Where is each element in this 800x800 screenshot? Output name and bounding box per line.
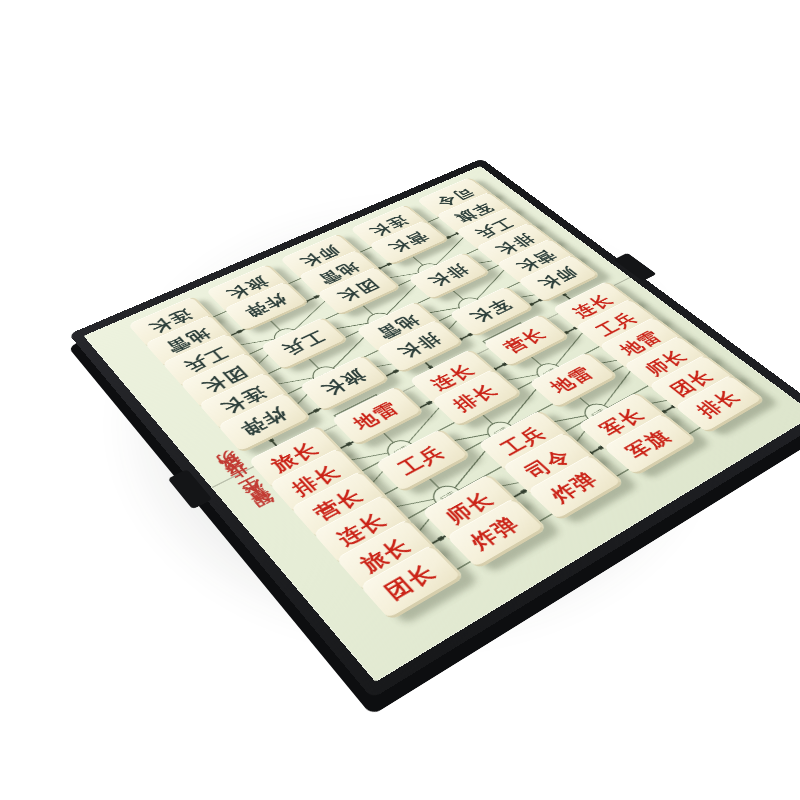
piece-label: 排长 (424, 262, 471, 288)
piece-label: 工兵 (394, 442, 448, 477)
piece-label: 师长 (534, 265, 580, 292)
piece-label: 炸弹 (547, 468, 602, 505)
piece-label: 旅长 (317, 367, 369, 398)
piece-label: 营长 (385, 230, 431, 255)
piece-label: 地雷 (547, 364, 597, 395)
piece-label: 排长 (693, 387, 743, 419)
junqi-board[interactable]: 行营行营行营行营行营行营行营行营行营行营山界山界 智慧人生 步步成功 智慧人生 … (69, 159, 800, 699)
piece-label: 营长 (500, 325, 549, 354)
piece-label: 排长 (394, 331, 444, 361)
board-face[interactable]: 行营行营行营行营行营行营行营行营行营行营山界山界 智慧人生 步步成功 智慧人生 … (83, 166, 800, 682)
piece-label: 军旗 (622, 426, 674, 460)
piece-label: 炸弹 (466, 513, 523, 552)
product-photo-stage: 行营行营行营行营行营行营行营行营行营行营山界山界 智慧人生 步步成功 智慧人生 … (0, 0, 800, 800)
piece-label: 团长 (381, 560, 440, 602)
piece-label: 排长 (450, 381, 502, 413)
piece-label: 军长 (466, 297, 514, 325)
perspective-wrapper: 行营行营行营行营行营行营行营行营行营行营山界山界 智慧人生 步步成功 智慧人生 … (0, 0, 800, 800)
piece-label: 团长 (334, 277, 382, 304)
piece-label: 地雷 (350, 399, 403, 432)
board-frame: 行营行营行营行营行营行营行营行营行营行营山界山界 智慧人生 步步成功 智慧人生 … (69, 159, 800, 699)
